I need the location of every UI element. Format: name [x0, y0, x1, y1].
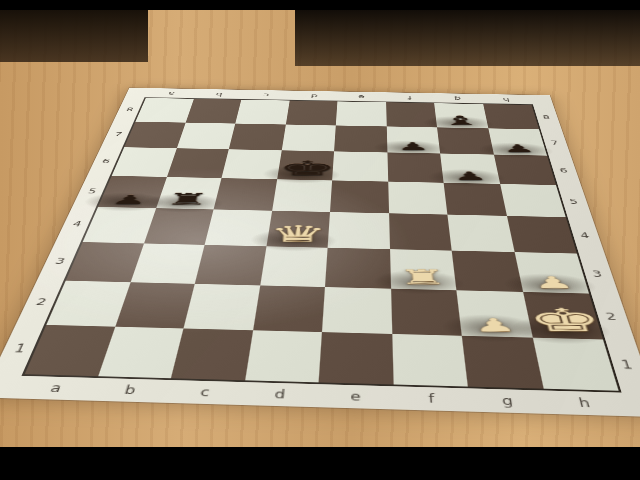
file-label-top-b: b: [215, 92, 223, 97]
table-scene: aabbccddeeffgghh1122334455667788 ♝♟♟♚♟♟♜…: [0, 10, 640, 447]
square-g1[interactable]: [462, 335, 543, 388]
rank-label-right-8: 8: [542, 114, 551, 120]
letterbox-bar-bottom: [0, 447, 640, 480]
file-label-top-c: c: [263, 93, 270, 98]
square-g2[interactable]: [456, 290, 532, 337]
square-c2[interactable]: [184, 284, 260, 330]
square-h1[interactable]: [532, 337, 618, 391]
square-e2[interactable]: [322, 287, 392, 333]
square-e1[interactable]: [319, 332, 393, 385]
square-d7[interactable]: [281, 124, 335, 151]
file-label-top-f: f: [407, 95, 411, 100]
file-label-bottom-g: g: [501, 394, 514, 407]
black-pawn-icon: ♟: [99, 193, 160, 206]
square-d2[interactable]: [253, 285, 325, 331]
square-d8[interactable]: [285, 101, 337, 126]
piece-black-pawn-f7[interactable]: ♟: [386, 126, 440, 153]
square-c1[interactable]: [171, 328, 253, 380]
file-label-bottom-h: h: [577, 396, 591, 409]
file-label-top-g: g: [454, 96, 462, 101]
video-frame: aabbccddeeffgghh1122334455667788 ♝♟♟♚♟♟♜…: [0, 0, 640, 480]
coordinate-labels: aabbccddeeffgghh1122334455667788: [129, 88, 549, 95]
square-h4[interactable]: [506, 216, 576, 253]
rank-label-left-7: 7: [114, 131, 124, 137]
piece-black-pawn-g6[interactable]: ♟: [440, 154, 499, 184]
rank-label-right-5: 5: [568, 197, 579, 204]
square-b8[interactable]: [185, 99, 241, 124]
file-label-bottom-e: e: [350, 389, 361, 402]
rank-label-right-6: 6: [559, 167, 569, 174]
square-h3[interactable]: [514, 252, 589, 294]
file-label-top-a: a: [167, 91, 175, 96]
letterbox-bar-top: [0, 0, 640, 10]
square-g3[interactable]: [452, 250, 523, 292]
file-label-bottom-f: f: [428, 392, 435, 405]
black-rook-icon: ♜: [156, 191, 217, 207]
rank-label-left-3: 3: [54, 256, 67, 265]
square-c7[interactable]: [229, 123, 286, 150]
chess-board-mat: aabbccddeeffgghh1122334455667788 ♝♟♟♚♟♟♜…: [0, 88, 640, 417]
square-b4[interactable]: [144, 208, 214, 244]
square-a6[interactable]: [112, 147, 177, 176]
file-label-bottom-d: d: [274, 387, 286, 400]
pieces-layer: ♝♟♟♚♟♟♜♛♜♟♟♚: [129, 88, 549, 95]
file-label-top-d: d: [310, 93, 317, 98]
rank-label-left-1: 1: [13, 342, 28, 353]
square-c4[interactable]: [205, 209, 272, 246]
background-furniture-right: [295, 10, 640, 66]
square-f1[interactable]: [392, 334, 468, 387]
black-pawn-icon: ♟: [490, 143, 546, 154]
piece-black-king-d6[interactable]: ♚: [277, 150, 334, 180]
rank-label-left-8: 8: [125, 107, 134, 112]
rank-label-left-2: 2: [35, 297, 49, 307]
file-label-bottom-a: a: [49, 381, 64, 393]
square-h2[interactable]: [523, 292, 603, 339]
square-e3[interactable]: [325, 247, 391, 288]
black-bishop-icon: ♝: [434, 114, 487, 126]
square-b3[interactable]: [130, 243, 205, 284]
piece-black-pawn-h7[interactable]: ♟: [488, 128, 547, 155]
rank-label-right-1: 1: [620, 359, 634, 371]
square-e8[interactable]: [336, 101, 387, 126]
square-b7[interactable]: [176, 122, 235, 149]
file-label-top-h: h: [502, 97, 510, 102]
square-c8[interactable]: [235, 100, 289, 125]
square-e4[interactable]: [328, 212, 390, 249]
square-c3[interactable]: [195, 245, 266, 286]
piece-black-bishop-g8[interactable]: ♝: [434, 103, 488, 128]
black-pawn-icon: ♟: [441, 170, 499, 182]
square-d1[interactable]: [245, 330, 322, 383]
file-label-bottom-c: c: [199, 385, 211, 398]
black-king-icon: ♚: [277, 158, 332, 178]
square-b2[interactable]: [115, 282, 195, 328]
square-e5[interactable]: [330, 180, 389, 213]
square-f2[interactable]: [391, 289, 462, 336]
file-label-bottom-b: b: [123, 383, 137, 396]
rank-label-right-2: 2: [605, 311, 618, 321]
square-f4[interactable]: [389, 213, 452, 250]
rank-label-left-6: 6: [101, 158, 111, 164]
piece-black-rook-b5[interactable]: ♜: [156, 177, 222, 210]
square-a8[interactable]: [136, 98, 194, 122]
file-label-top-e: e: [358, 94, 365, 99]
square-b6[interactable]: [167, 148, 229, 178]
rank-label-right-3: 3: [591, 269, 603, 278]
rank-label-right-4: 4: [579, 231, 590, 239]
square-a7[interactable]: [124, 121, 185, 148]
square-g4[interactable]: [447, 215, 514, 252]
background-furniture-left: [0, 10, 148, 62]
black-pawn-icon: ♟: [386, 141, 440, 152]
square-f3[interactable]: [389, 249, 456, 290]
rank-label-left-4: 4: [72, 220, 84, 228]
square-h5[interactable]: [500, 184, 566, 218]
square-d3[interactable]: [260, 246, 328, 287]
